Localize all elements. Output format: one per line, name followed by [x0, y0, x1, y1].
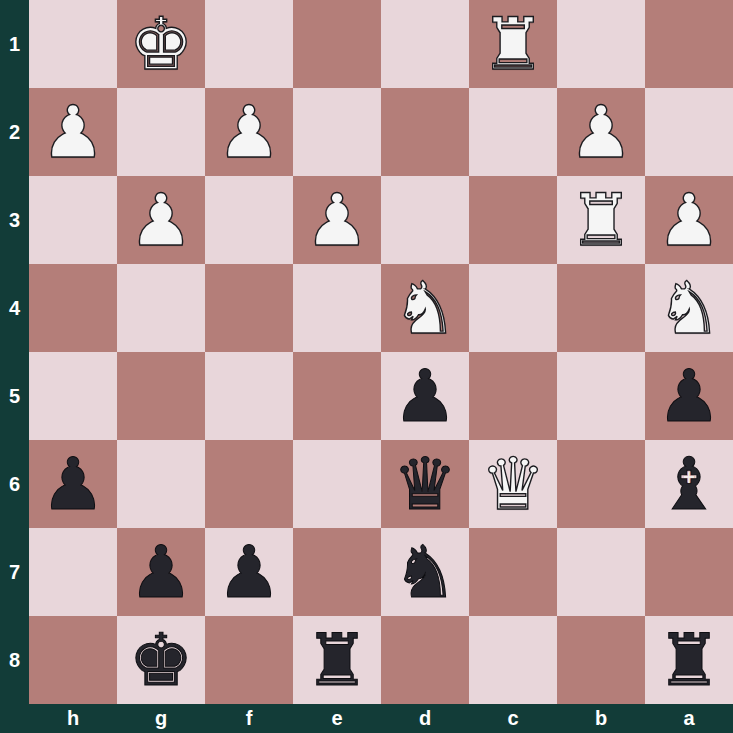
square-h3[interactable] — [29, 176, 117, 264]
white-pawn-piece[interactable]: ♟ — [41, 88, 106, 176]
square-e8[interactable]: ♜ — [293, 616, 381, 704]
square-a6[interactable]: ♝+ — [645, 440, 733, 528]
rank-label-4: 4 — [0, 264, 29, 352]
square-e4[interactable] — [293, 264, 381, 352]
square-f7[interactable]: ♟ — [205, 528, 293, 616]
rank-label-3: 3 — [0, 176, 29, 264]
file-label-g: g — [117, 704, 205, 733]
rank-label-1: 1 — [0, 0, 29, 88]
square-e7[interactable] — [293, 528, 381, 616]
white-rook-piece[interactable]: ♜ — [481, 0, 546, 88]
square-h4[interactable] — [29, 264, 117, 352]
square-f1[interactable] — [205, 0, 293, 88]
square-g1[interactable]: ♚ — [117, 0, 205, 88]
square-g3[interactable]: ♟ — [117, 176, 205, 264]
square-f3[interactable] — [205, 176, 293, 264]
file-labels: hgfedcba — [29, 704, 733, 733]
chess-board: ♚♜♟♟♟♟♟♜♟♞♞♟♟♟♛♛♝+♟♟♞♚♜♜ — [29, 0, 733, 704]
square-a5[interactable]: ♟ — [645, 352, 733, 440]
square-e6[interactable] — [293, 440, 381, 528]
bishop-cross-emblem: + — [657, 469, 722, 486]
square-c5[interactable] — [469, 352, 557, 440]
square-b2[interactable]: ♟ — [557, 88, 645, 176]
white-pawn-piece[interactable]: ♟ — [129, 176, 194, 264]
file-label-h: h — [29, 704, 117, 733]
square-c8[interactable] — [469, 616, 557, 704]
square-h2[interactable]: ♟ — [29, 88, 117, 176]
square-c3[interactable] — [469, 176, 557, 264]
square-a3[interactable]: ♟ — [645, 176, 733, 264]
square-c4[interactable] — [469, 264, 557, 352]
white-rook-piece[interactable]: ♜ — [569, 176, 634, 264]
file-label-a: a — [645, 704, 733, 733]
file-label-f: f — [205, 704, 293, 733]
black-knight-piece[interactable]: ♞ — [393, 528, 458, 616]
rank-label-2: 2 — [0, 88, 29, 176]
square-a2[interactable] — [645, 88, 733, 176]
black-rook-piece[interactable]: ♜ — [657, 616, 722, 704]
square-a7[interactable] — [645, 528, 733, 616]
square-e2[interactable] — [293, 88, 381, 176]
black-king-piece[interactable]: ♚ — [129, 616, 194, 704]
square-b8[interactable] — [557, 616, 645, 704]
white-pawn-piece[interactable]: ♟ — [305, 176, 370, 264]
square-g5[interactable] — [117, 352, 205, 440]
rank-label-7: 7 — [0, 528, 29, 616]
square-h8[interactable] — [29, 616, 117, 704]
square-d6[interactable]: ♛ — [381, 440, 469, 528]
square-a4[interactable]: ♞ — [645, 264, 733, 352]
square-f4[interactable] — [205, 264, 293, 352]
white-pawn-piece[interactable]: ♟ — [217, 88, 282, 176]
square-b4[interactable] — [557, 264, 645, 352]
square-h5[interactable] — [29, 352, 117, 440]
black-pawn-piece[interactable]: ♟ — [393, 352, 458, 440]
square-f6[interactable] — [205, 440, 293, 528]
square-g2[interactable] — [117, 88, 205, 176]
white-king-piece[interactable]: ♚ — [129, 0, 194, 88]
square-d1[interactable] — [381, 0, 469, 88]
black-bishop-piece[interactable]: ♝+ — [657, 440, 722, 528]
rank-label-6: 6 — [0, 440, 29, 528]
square-d5[interactable]: ♟ — [381, 352, 469, 440]
black-rook-piece[interactable]: ♜ — [305, 616, 370, 704]
square-e1[interactable] — [293, 0, 381, 88]
square-f8[interactable] — [205, 616, 293, 704]
black-pawn-piece[interactable]: ♟ — [41, 440, 106, 528]
white-queen-piece[interactable]: ♛ — [481, 440, 546, 528]
square-d7[interactable]: ♞ — [381, 528, 469, 616]
square-c1[interactable]: ♜ — [469, 0, 557, 88]
square-b3[interactable]: ♜ — [557, 176, 645, 264]
square-a1[interactable] — [645, 0, 733, 88]
black-pawn-piece[interactable]: ♟ — [217, 528, 282, 616]
square-b1[interactable] — [557, 0, 645, 88]
square-b5[interactable] — [557, 352, 645, 440]
chess-board-frame: 12345678 ♚♜♟♟♟♟♟♜♟♞♞♟♟♟♛♛♝+♟♟♞♚♜♜ hgfedc… — [0, 0, 733, 733]
square-g7[interactable]: ♟ — [117, 528, 205, 616]
square-h1[interactable] — [29, 0, 117, 88]
square-f5[interactable] — [205, 352, 293, 440]
white-knight-piece[interactable]: ♞ — [657, 264, 722, 352]
square-c2[interactable] — [469, 88, 557, 176]
black-pawn-piece[interactable]: ♟ — [129, 528, 194, 616]
file-label-b: b — [557, 704, 645, 733]
file-label-c: c — [469, 704, 557, 733]
square-d8[interactable] — [381, 616, 469, 704]
white-pawn-piece[interactable]: ♟ — [657, 176, 722, 264]
square-b6[interactable] — [557, 440, 645, 528]
square-c7[interactable] — [469, 528, 557, 616]
square-e3[interactable]: ♟ — [293, 176, 381, 264]
file-label-d: d — [381, 704, 469, 733]
rank-labels: 12345678 — [0, 0, 29, 704]
square-d3[interactable] — [381, 176, 469, 264]
white-pawn-piece[interactable]: ♟ — [569, 88, 634, 176]
rank-label-5: 5 — [0, 352, 29, 440]
square-e5[interactable] — [293, 352, 381, 440]
square-b7[interactable] — [557, 528, 645, 616]
square-d2[interactable] — [381, 88, 469, 176]
square-f2[interactable]: ♟ — [205, 88, 293, 176]
white-knight-piece[interactable]: ♞ — [393, 264, 458, 352]
black-pawn-piece[interactable]: ♟ — [657, 352, 722, 440]
file-label-e: e — [293, 704, 381, 733]
square-g8[interactable]: ♚ — [117, 616, 205, 704]
square-g6[interactable] — [117, 440, 205, 528]
black-queen-piece[interactable]: ♛ — [393, 440, 458, 528]
square-a8[interactable]: ♜ — [645, 616, 733, 704]
square-c6[interactable]: ♛ — [469, 440, 557, 528]
square-h6[interactable]: ♟ — [29, 440, 117, 528]
rank-label-8: 8 — [0, 616, 29, 704]
square-g4[interactable] — [117, 264, 205, 352]
square-h7[interactable] — [29, 528, 117, 616]
square-d4[interactable]: ♞ — [381, 264, 469, 352]
